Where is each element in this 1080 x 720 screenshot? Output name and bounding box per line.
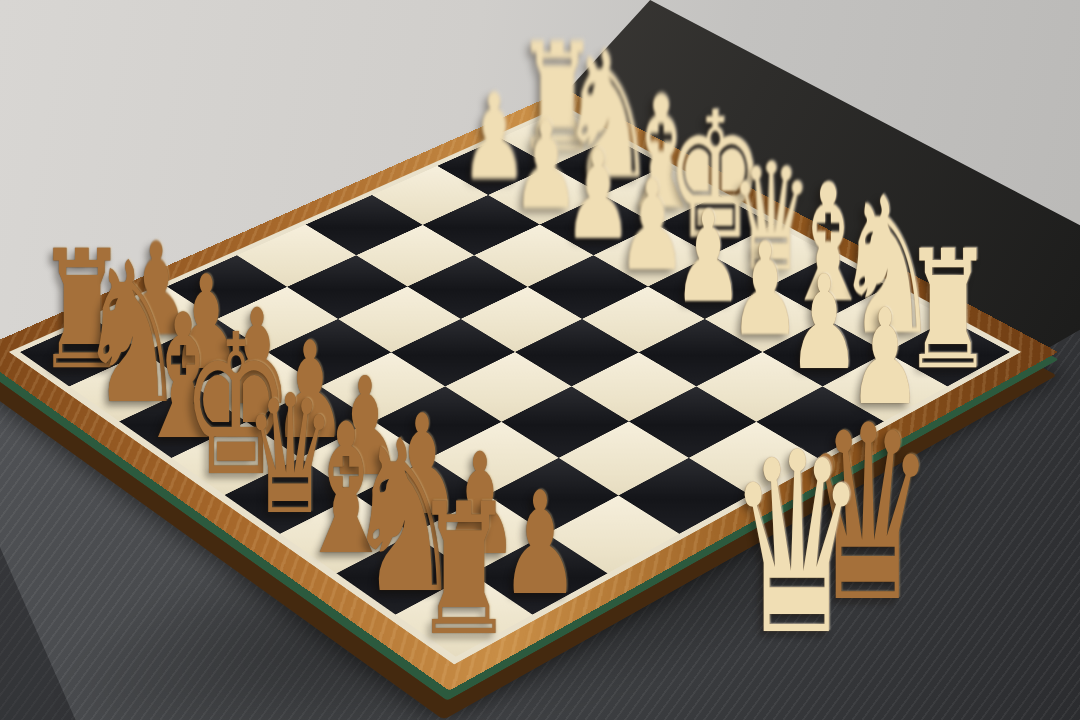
photo-scene: ♜♞♝♚♛♝♞♜♟♟♟♟♟♟♟♟♟♟♟♟♟♟♟♟♜♞♝♚♛♝♞♜♛♛ bbox=[0, 0, 1080, 720]
chess-board-grid bbox=[20, 110, 1010, 656]
chess-board-frame bbox=[0, 89, 1058, 690]
board-margin bbox=[9, 105, 1022, 664]
board-perspective-wrapper bbox=[0, 0, 1080, 720]
